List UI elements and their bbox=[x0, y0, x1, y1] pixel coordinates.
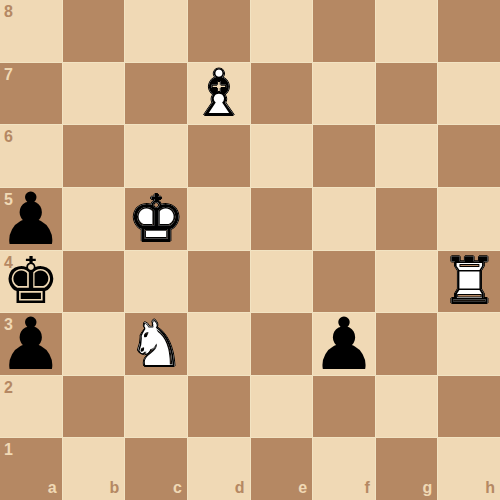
square-e2[interactable] bbox=[251, 376, 313, 438]
square-g8[interactable] bbox=[376, 0, 438, 62]
white-rook-icon: ♜ bbox=[441, 249, 498, 313]
white-knight-outline-icon: ♘ bbox=[127, 312, 184, 376]
piece-white-rook-h4[interactable]: ♜♖ bbox=[438, 251, 500, 313]
square-d4[interactable] bbox=[188, 251, 250, 313]
square-c1[interactable]: c bbox=[125, 438, 187, 500]
square-f5[interactable] bbox=[313, 188, 375, 250]
square-b6[interactable] bbox=[63, 125, 125, 187]
square-h2[interactable] bbox=[438, 376, 500, 438]
square-a5[interactable]: 5♟ bbox=[0, 188, 62, 250]
square-d7[interactable]: ♝♗ bbox=[188, 63, 250, 125]
piece-black-pawn-a3[interactable]: ♟ bbox=[0, 313, 62, 375]
square-e7[interactable] bbox=[251, 63, 313, 125]
piece-white-bishop-d7[interactable]: ♝♗ bbox=[188, 63, 250, 125]
square-f2[interactable] bbox=[313, 376, 375, 438]
square-f1[interactable]: f bbox=[313, 438, 375, 500]
square-b5[interactable] bbox=[63, 188, 125, 250]
square-c5[interactable]: ♚♔ bbox=[125, 188, 187, 250]
square-g4[interactable] bbox=[376, 251, 438, 313]
square-a7[interactable]: 7 bbox=[0, 63, 62, 125]
square-d1[interactable]: d bbox=[188, 438, 250, 500]
square-g1[interactable]: g bbox=[376, 438, 438, 500]
file-label-f: f bbox=[364, 480, 369, 496]
square-a2[interactable]: 2 bbox=[0, 376, 62, 438]
square-f6[interactable] bbox=[313, 125, 375, 187]
square-b2[interactable] bbox=[63, 376, 125, 438]
file-label-h: h bbox=[485, 480, 495, 496]
white-rook-outline-icon: ♖ bbox=[441, 249, 498, 313]
square-a4[interactable]: 4♚ bbox=[0, 251, 62, 313]
square-h5[interactable] bbox=[438, 188, 500, 250]
square-c6[interactable] bbox=[125, 125, 187, 187]
square-g5[interactable] bbox=[376, 188, 438, 250]
square-h1[interactable]: h bbox=[438, 438, 500, 500]
file-label-g: g bbox=[423, 480, 433, 496]
rank-label-2: 2 bbox=[4, 380, 13, 396]
square-d2[interactable] bbox=[188, 376, 250, 438]
square-f8[interactable] bbox=[313, 0, 375, 62]
piece-white-knight-c3[interactable]: ♞♘ bbox=[125, 313, 187, 375]
square-c3[interactable]: ♞♘ bbox=[125, 313, 187, 375]
square-e6[interactable] bbox=[251, 125, 313, 187]
chess-board: 87♝♗65♟♚♔4♚♜♖3♟♞♘♟21abcdefgh bbox=[0, 0, 500, 500]
piece-black-pawn-f3[interactable]: ♟ bbox=[313, 313, 375, 375]
square-h8[interactable] bbox=[438, 0, 500, 62]
square-g6[interactable] bbox=[376, 125, 438, 187]
black-pawn-icon: ♟ bbox=[0, 308, 63, 380]
square-g7[interactable] bbox=[376, 63, 438, 125]
piece-black-pawn-a5[interactable]: ♟ bbox=[0, 188, 62, 250]
square-c2[interactable] bbox=[125, 376, 187, 438]
file-label-c: c bbox=[173, 480, 182, 496]
black-pawn-icon: ♟ bbox=[312, 308, 377, 380]
square-g2[interactable] bbox=[376, 376, 438, 438]
white-bishop-outline-icon: ♗ bbox=[190, 61, 247, 125]
square-h3[interactable] bbox=[438, 313, 500, 375]
square-d6[interactable] bbox=[188, 125, 250, 187]
rank-label-1: 1 bbox=[4, 442, 13, 458]
square-b1[interactable]: b bbox=[63, 438, 125, 500]
square-e8[interactable] bbox=[251, 0, 313, 62]
square-c4[interactable] bbox=[125, 251, 187, 313]
piece-black-king-a4[interactable]: ♚ bbox=[0, 251, 62, 313]
square-e1[interactable]: e bbox=[251, 438, 313, 500]
white-king-icon: ♚ bbox=[127, 187, 184, 251]
square-h6[interactable] bbox=[438, 125, 500, 187]
square-b7[interactable] bbox=[63, 63, 125, 125]
square-e3[interactable] bbox=[251, 313, 313, 375]
file-label-a: a bbox=[48, 480, 57, 496]
square-e5[interactable] bbox=[251, 188, 313, 250]
black-king-icon: ♚ bbox=[2, 249, 59, 313]
file-label-b: b bbox=[109, 480, 119, 496]
square-g3[interactable] bbox=[376, 313, 438, 375]
white-king-outline-icon: ♔ bbox=[127, 187, 184, 251]
black-pawn-icon: ♟ bbox=[0, 183, 63, 255]
square-e4[interactable] bbox=[251, 251, 313, 313]
square-c8[interactable] bbox=[125, 0, 187, 62]
file-label-d: d bbox=[235, 480, 245, 496]
square-d8[interactable] bbox=[188, 0, 250, 62]
square-a8[interactable]: 8 bbox=[0, 0, 62, 62]
white-knight-icon: ♞ bbox=[127, 312, 184, 376]
square-f7[interactable] bbox=[313, 63, 375, 125]
square-a6[interactable]: 6 bbox=[0, 125, 62, 187]
square-f3[interactable]: ♟ bbox=[313, 313, 375, 375]
square-h4[interactable]: ♜♖ bbox=[438, 251, 500, 313]
rank-label-7: 7 bbox=[4, 67, 13, 83]
file-label-e: e bbox=[298, 480, 307, 496]
square-a3[interactable]: 3♟ bbox=[0, 313, 62, 375]
square-b4[interactable] bbox=[63, 251, 125, 313]
square-c7[interactable] bbox=[125, 63, 187, 125]
square-h7[interactable] bbox=[438, 63, 500, 125]
square-b8[interactable] bbox=[63, 0, 125, 62]
square-a1[interactable]: 1a bbox=[0, 438, 62, 500]
rank-label-6: 6 bbox=[4, 129, 13, 145]
rank-label-8: 8 bbox=[4, 4, 13, 20]
square-d5[interactable] bbox=[188, 188, 250, 250]
piece-white-king-c5[interactable]: ♚♔ bbox=[125, 188, 187, 250]
white-bishop-icon: ♝ bbox=[190, 61, 247, 125]
square-f4[interactable] bbox=[313, 251, 375, 313]
square-b3[interactable] bbox=[63, 313, 125, 375]
square-d3[interactable] bbox=[188, 313, 250, 375]
